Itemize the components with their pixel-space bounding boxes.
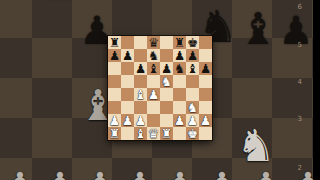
square-b7[interactable]: ♟: [121, 49, 134, 62]
black-pawn[interactable]: ♟: [121, 49, 134, 62]
black-knight[interactable]: ♞: [173, 62, 186, 75]
white-queen[interactable]: ♛: [147, 127, 160, 140]
black-pawn[interactable]: ♟: [199, 62, 212, 75]
bg-white-pawn-bottom-1: ♟: [0, 165, 42, 180]
white-pawn[interactable]: ♟: [147, 88, 160, 101]
square-f2[interactable]: ♟: [173, 114, 186, 127]
bg-black-bishop-right: ♝: [234, 5, 282, 53]
black-bishop[interactable]: ♝: [186, 62, 199, 75]
white-pawn[interactable]: ♟: [173, 114, 186, 127]
square-e1[interactable]: ♜: [160, 127, 173, 140]
bg-rank-label-2: 2: [288, 164, 302, 172]
square-e8[interactable]: [160, 36, 173, 49]
bg-rank-label-5: 5: [288, 41, 302, 49]
square-a1[interactable]: ♜: [108, 127, 121, 140]
square-a5[interactable]: [108, 75, 121, 88]
square-a7[interactable]: ♟: [108, 49, 121, 62]
square-h6[interactable]: ♟: [199, 62, 212, 75]
white-bishop[interactable]: ♝: [134, 127, 147, 140]
bg-rank-label-3: 3: [288, 115, 302, 123]
white-rook[interactable]: ♜: [160, 127, 173, 140]
white-pawn[interactable]: ♟: [121, 114, 134, 127]
white-knight[interactable]: ♞: [160, 75, 173, 88]
square-a6[interactable]: [108, 62, 121, 75]
square-d3[interactable]: [147, 101, 160, 114]
square-b5[interactable]: [121, 75, 134, 88]
bg-white-knight-bottom: ♞: [232, 122, 280, 170]
square-c4[interactable]: ♝: [134, 88, 147, 101]
square-g5[interactable]: [186, 75, 199, 88]
black-pawn[interactable]: ♟: [108, 49, 121, 62]
square-f6[interactable]: ♞: [173, 62, 186, 75]
bg-white-pawn-bottom-7: ♟: [244, 165, 288, 180]
square-h8[interactable]: [199, 36, 212, 49]
chess-board: ♜♛♜♚♟♟♞♟♟♟♝♟♞♝♟♞♝♟♞♟♟♟♟♟♟♜♝♛♜♚: [108, 36, 212, 140]
square-e4[interactable]: [160, 88, 173, 101]
bg-white-pawn-bottom-6: ♟: [200, 165, 244, 180]
square-e5[interactable]: ♞: [160, 75, 173, 88]
square-f4[interactable]: [173, 88, 186, 101]
bg-white-pawn-bottom-5: ♟: [158, 165, 202, 180]
bg-white-pawn-bottom-3: ♟: [78, 165, 122, 180]
bg-white-pawn-bottom-2: ♟: [38, 165, 82, 180]
white-king[interactable]: ♚: [186, 127, 199, 140]
square-c1[interactable]: ♝: [134, 127, 147, 140]
bg-white-pawn-bottom-4: ♟: [118, 165, 162, 180]
black-bishop[interactable]: ♝: [147, 62, 160, 75]
white-bishop[interactable]: ♝: [134, 88, 147, 101]
square-c8[interactable]: [134, 36, 147, 49]
square-h5[interactable]: [199, 75, 212, 88]
square-b4[interactable]: [121, 88, 134, 101]
square-d4[interactable]: ♟: [147, 88, 160, 101]
square-h4[interactable]: [199, 88, 212, 101]
square-e3[interactable]: [160, 101, 173, 114]
square-d6[interactable]: ♝: [147, 62, 160, 75]
square-f5[interactable]: [173, 75, 186, 88]
square-g1[interactable]: ♚: [186, 127, 199, 140]
bg-black-pawn-top-edge-2: ♟: [34, 0, 84, 8]
square-f1[interactable]: [173, 127, 186, 140]
white-pawn[interactable]: ♟: [199, 114, 212, 127]
square-a4[interactable]: [108, 88, 121, 101]
black-pawn[interactable]: ♟: [134, 62, 147, 75]
bg-black-pawn-top-edge-1: ♟: [0, 0, 43, 7]
bg-rank-label-6: 6: [288, 3, 302, 11]
square-b6[interactable]: [121, 62, 134, 75]
square-h1[interactable]: [199, 127, 212, 140]
video-frame: ♟♟♟♝♞♝♟♞♟♟♟♟♟♟♟♟65432 ♜♛♜♚♟♟♞♟♟♟♝♟♞♝♟♞♝♟…: [0, 0, 320, 180]
square-h2[interactable]: ♟: [199, 114, 212, 127]
square-b2[interactable]: ♟: [121, 114, 134, 127]
square-g6[interactable]: ♝: [186, 62, 199, 75]
square-d1[interactable]: ♛: [147, 127, 160, 140]
bg-rank-label-4: 4: [288, 78, 302, 86]
square-c6[interactable]: ♟: [134, 62, 147, 75]
white-rook[interactable]: ♜: [108, 127, 121, 140]
square-b1[interactable]: [121, 127, 134, 140]
